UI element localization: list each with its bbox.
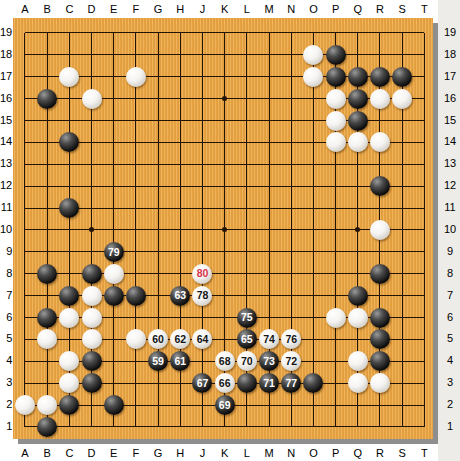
intersection[interactable]	[58, 44, 80, 66]
intersection[interactable]	[236, 110, 258, 132]
intersection[interactable]	[169, 66, 191, 88]
intersection[interactable]	[413, 263, 433, 285]
intersection[interactable]	[391, 372, 413, 394]
intersection[interactable]	[103, 110, 125, 132]
intersection[interactable]	[14, 66, 36, 88]
intersection[interactable]	[214, 241, 236, 263]
intersection[interactable]	[280, 197, 302, 219]
intersection[interactable]: 68	[214, 350, 236, 372]
intersection[interactable]	[369, 328, 391, 350]
intersection[interactable]	[302, 44, 324, 66]
intersection[interactable]	[14, 350, 36, 372]
intersection[interactable]	[391, 263, 413, 285]
intersection[interactable]	[36, 197, 58, 219]
intersection[interactable]: 73	[258, 350, 280, 372]
intersection[interactable]	[413, 175, 433, 197]
intersection[interactable]	[302, 307, 324, 329]
intersection[interactable]	[236, 372, 258, 394]
intersection[interactable]	[391, 350, 413, 372]
intersection[interactable]	[413, 44, 433, 66]
intersection[interactable]	[103, 416, 125, 438]
intersection[interactable]	[347, 416, 369, 438]
intersection[interactable]	[258, 416, 280, 438]
intersection[interactable]: 77	[280, 372, 302, 394]
intersection[interactable]	[125, 307, 147, 329]
intersection[interactable]	[58, 263, 80, 285]
intersection[interactable]	[302, 350, 324, 372]
intersection[interactable]	[214, 307, 236, 329]
intersection[interactable]	[280, 219, 302, 241]
intersection[interactable]	[169, 131, 191, 153]
intersection[interactable]	[58, 350, 80, 372]
intersection[interactable]	[14, 219, 36, 241]
intersection[interactable]	[258, 241, 280, 263]
intersection[interactable]	[80, 350, 102, 372]
intersection[interactable]	[347, 88, 369, 110]
intersection[interactable]: 67	[191, 372, 213, 394]
intersection[interactable]	[169, 197, 191, 219]
intersection[interactable]	[58, 394, 80, 416]
intersection[interactable]	[58, 88, 80, 110]
intersection[interactable]	[147, 44, 169, 66]
intersection[interactable]	[80, 175, 102, 197]
intersection[interactable]	[14, 175, 36, 197]
intersection[interactable]	[36, 263, 58, 285]
intersection[interactable]	[280, 307, 302, 329]
intersection[interactable]	[214, 22, 236, 44]
intersection[interactable]	[258, 285, 280, 307]
intersection[interactable]	[14, 197, 36, 219]
intersection[interactable]	[369, 307, 391, 329]
intersection[interactable]	[169, 219, 191, 241]
intersection[interactable]	[258, 394, 280, 416]
intersection[interactable]	[36, 88, 58, 110]
intersection[interactable]	[80, 416, 102, 438]
intersection[interactable]: 64	[191, 328, 213, 350]
intersection[interactable]	[369, 131, 391, 153]
intersection[interactable]	[103, 153, 125, 175]
intersection[interactable]	[302, 263, 324, 285]
intersection[interactable]	[258, 110, 280, 132]
intersection[interactable]	[147, 285, 169, 307]
intersection[interactable]	[258, 175, 280, 197]
intersection[interactable]	[80, 328, 102, 350]
intersection[interactable]	[280, 263, 302, 285]
intersection[interactable]	[169, 175, 191, 197]
intersection[interactable]	[80, 307, 102, 329]
intersection[interactable]	[413, 88, 433, 110]
intersection[interactable]	[325, 285, 347, 307]
intersection[interactable]	[391, 44, 413, 66]
intersection[interactable]	[103, 197, 125, 219]
intersection[interactable]	[325, 350, 347, 372]
intersection[interactable]	[325, 197, 347, 219]
intersection[interactable]	[125, 219, 147, 241]
intersection[interactable]	[125, 285, 147, 307]
intersection[interactable]	[347, 372, 369, 394]
intersection[interactable]	[58, 197, 80, 219]
intersection[interactable]: 80	[191, 263, 213, 285]
intersection[interactable]	[302, 66, 324, 88]
intersection[interactable]	[36, 44, 58, 66]
intersection[interactable]	[347, 153, 369, 175]
intersection[interactable]	[369, 372, 391, 394]
intersection[interactable]	[103, 263, 125, 285]
intersection[interactable]	[369, 241, 391, 263]
intersection[interactable]	[347, 131, 369, 153]
intersection[interactable]: 62	[169, 328, 191, 350]
intersection[interactable]	[103, 219, 125, 241]
intersection[interactable]	[413, 219, 433, 241]
intersection[interactable]	[58, 285, 80, 307]
intersection[interactable]	[191, 416, 213, 438]
intersection[interactable]	[36, 175, 58, 197]
intersection[interactable]: 66	[214, 372, 236, 394]
intersection[interactable]	[36, 416, 58, 438]
intersection[interactable]	[325, 328, 347, 350]
intersection[interactable]	[413, 372, 433, 394]
intersection[interactable]	[391, 66, 413, 88]
intersection[interactable]	[191, 241, 213, 263]
intersection[interactable]	[103, 44, 125, 66]
intersection[interactable]	[302, 219, 324, 241]
intersection[interactable]	[413, 66, 433, 88]
intersection[interactable]: 72	[280, 350, 302, 372]
intersection[interactable]: 63	[169, 285, 191, 307]
intersection[interactable]	[125, 88, 147, 110]
intersection[interactable]	[391, 110, 413, 132]
intersection[interactable]	[325, 66, 347, 88]
intersection[interactable]	[347, 263, 369, 285]
intersection[interactable]	[147, 219, 169, 241]
intersection[interactable]	[413, 110, 433, 132]
intersection[interactable]	[413, 131, 433, 153]
intersection[interactable]	[14, 153, 36, 175]
intersection[interactable]	[58, 416, 80, 438]
intersection[interactable]	[280, 44, 302, 66]
intersection[interactable]	[369, 88, 391, 110]
intersection[interactable]	[169, 416, 191, 438]
intersection[interactable]	[413, 416, 433, 438]
intersection[interactable]	[169, 22, 191, 44]
intersection[interactable]	[169, 263, 191, 285]
intersection[interactable]	[258, 263, 280, 285]
intersection[interactable]	[214, 131, 236, 153]
intersection[interactable]	[36, 131, 58, 153]
intersection[interactable]	[214, 219, 236, 241]
intersection[interactable]	[236, 285, 258, 307]
intersection[interactable]	[147, 110, 169, 132]
intersection[interactable]: 59	[147, 350, 169, 372]
intersection[interactable]	[147, 372, 169, 394]
intersection[interactable]	[147, 66, 169, 88]
intersection[interactable]	[391, 307, 413, 329]
intersection[interactable]	[280, 110, 302, 132]
intersection[interactable]	[80, 285, 102, 307]
intersection[interactable]	[58, 219, 80, 241]
intersection[interactable]	[36, 66, 58, 88]
intersection[interactable]	[125, 66, 147, 88]
intersection[interactable]	[36, 350, 58, 372]
intersection[interactable]: 76	[280, 328, 302, 350]
intersection[interactable]	[14, 307, 36, 329]
intersection[interactable]	[280, 241, 302, 263]
intersection[interactable]	[236, 44, 258, 66]
intersection[interactable]	[369, 153, 391, 175]
intersection[interactable]	[258, 22, 280, 44]
intersection[interactable]	[58, 153, 80, 175]
intersection[interactable]	[302, 131, 324, 153]
intersection[interactable]	[191, 394, 213, 416]
intersection[interactable]	[258, 197, 280, 219]
intersection[interactable]: 79	[103, 241, 125, 263]
intersection[interactable]	[302, 88, 324, 110]
intersection[interactable]	[236, 175, 258, 197]
intersection[interactable]: 71	[258, 372, 280, 394]
intersection[interactable]	[80, 88, 102, 110]
intersection[interactable]	[191, 110, 213, 132]
intersection[interactable]	[58, 241, 80, 263]
intersection[interactable]	[147, 131, 169, 153]
intersection[interactable]	[125, 44, 147, 66]
intersection[interactable]	[369, 350, 391, 372]
intersection[interactable]	[325, 416, 347, 438]
intersection[interactable]	[169, 394, 191, 416]
intersection[interactable]	[191, 66, 213, 88]
intersection[interactable]	[347, 241, 369, 263]
intersection[interactable]	[369, 175, 391, 197]
intersection[interactable]	[36, 22, 58, 44]
intersection[interactable]	[58, 175, 80, 197]
intersection[interactable]: 74	[258, 328, 280, 350]
intersection[interactable]	[58, 372, 80, 394]
intersection[interactable]	[391, 131, 413, 153]
intersection[interactable]	[258, 131, 280, 153]
intersection[interactable]	[302, 372, 324, 394]
intersection[interactable]	[391, 175, 413, 197]
intersection[interactable]	[413, 350, 433, 372]
intersection[interactable]	[258, 307, 280, 329]
intersection[interactable]	[103, 22, 125, 44]
intersection[interactable]: 60	[147, 328, 169, 350]
intersection[interactable]	[58, 22, 80, 44]
intersection[interactable]: 61	[169, 350, 191, 372]
intersection[interactable]	[302, 328, 324, 350]
intersection[interactable]	[14, 131, 36, 153]
intersection[interactable]	[391, 22, 413, 44]
intersection[interactable]	[103, 394, 125, 416]
intersection[interactable]	[58, 131, 80, 153]
intersection[interactable]	[58, 110, 80, 132]
intersection[interactable]	[36, 219, 58, 241]
intersection[interactable]	[103, 350, 125, 372]
intersection[interactable]	[58, 307, 80, 329]
intersection[interactable]	[369, 22, 391, 44]
intersection[interactable]	[236, 394, 258, 416]
intersection[interactable]	[147, 22, 169, 44]
intersection[interactable]	[103, 66, 125, 88]
intersection[interactable]	[369, 44, 391, 66]
intersection[interactable]	[191, 22, 213, 44]
intersection[interactable]	[280, 175, 302, 197]
intersection[interactable]	[347, 197, 369, 219]
intersection[interactable]	[125, 394, 147, 416]
intersection[interactable]	[14, 285, 36, 307]
intersection[interactable]	[191, 131, 213, 153]
intersection[interactable]	[391, 328, 413, 350]
intersection[interactable]	[80, 44, 102, 66]
intersection[interactable]	[280, 22, 302, 44]
intersection[interactable]	[369, 416, 391, 438]
intersection[interactable]	[191, 153, 213, 175]
intersection[interactable]	[191, 44, 213, 66]
intersection[interactable]	[147, 175, 169, 197]
intersection[interactable]	[125, 197, 147, 219]
intersection[interactable]	[413, 197, 433, 219]
intersection[interactable]	[36, 372, 58, 394]
intersection[interactable]	[191, 175, 213, 197]
intersection[interactable]: 78	[191, 285, 213, 307]
intersection[interactable]	[325, 175, 347, 197]
intersection[interactable]	[14, 44, 36, 66]
intersection[interactable]	[14, 328, 36, 350]
intersection[interactable]	[347, 394, 369, 416]
intersection[interactable]	[413, 394, 433, 416]
intersection[interactable]	[347, 22, 369, 44]
intersection[interactable]	[236, 263, 258, 285]
intersection[interactable]	[214, 285, 236, 307]
intersection[interactable]	[236, 241, 258, 263]
intersection[interactable]	[369, 66, 391, 88]
intersection[interactable]	[413, 22, 433, 44]
intersection[interactable]	[236, 153, 258, 175]
intersection[interactable]	[258, 44, 280, 66]
intersection[interactable]	[280, 88, 302, 110]
intersection[interactable]	[169, 44, 191, 66]
intersection[interactable]	[147, 88, 169, 110]
intersection[interactable]	[125, 350, 147, 372]
intersection[interactable]	[391, 88, 413, 110]
intersection[interactable]	[125, 372, 147, 394]
intersection[interactable]	[413, 241, 433, 263]
intersection[interactable]	[191, 88, 213, 110]
intersection[interactable]	[391, 416, 413, 438]
intersection[interactable]	[347, 219, 369, 241]
intersection[interactable]	[214, 175, 236, 197]
intersection[interactable]	[413, 285, 433, 307]
intersection[interactable]	[147, 153, 169, 175]
intersection[interactable]	[258, 88, 280, 110]
intersection[interactable]	[325, 241, 347, 263]
intersection[interactable]	[302, 175, 324, 197]
intersection[interactable]	[14, 394, 36, 416]
intersection[interactable]	[258, 219, 280, 241]
intersection[interactable]	[14, 263, 36, 285]
intersection[interactable]	[169, 153, 191, 175]
intersection[interactable]	[125, 416, 147, 438]
intersection[interactable]	[147, 263, 169, 285]
intersection[interactable]	[58, 66, 80, 88]
intersection[interactable]	[413, 307, 433, 329]
intersection[interactable]	[347, 350, 369, 372]
intersection[interactable]	[369, 394, 391, 416]
intersection[interactable]	[413, 328, 433, 350]
intersection[interactable]	[191, 197, 213, 219]
intersection[interactable]	[302, 285, 324, 307]
intersection[interactable]	[169, 372, 191, 394]
intersection[interactable]	[214, 153, 236, 175]
intersection[interactable]	[125, 263, 147, 285]
intersection[interactable]	[236, 88, 258, 110]
intersection[interactable]	[103, 328, 125, 350]
intersection[interactable]	[258, 66, 280, 88]
intersection[interactable]	[280, 131, 302, 153]
intersection[interactable]	[391, 153, 413, 175]
intersection[interactable]	[147, 241, 169, 263]
intersection[interactable]	[347, 110, 369, 132]
intersection[interactable]	[169, 88, 191, 110]
intersection[interactable]	[36, 285, 58, 307]
intersection[interactable]	[58, 328, 80, 350]
intersection[interactable]	[36, 110, 58, 132]
intersection[interactable]	[80, 197, 102, 219]
intersection[interactable]	[80, 66, 102, 88]
intersection[interactable]	[236, 197, 258, 219]
intersection[interactable]	[214, 110, 236, 132]
intersection[interactable]	[325, 131, 347, 153]
intersection[interactable]	[214, 263, 236, 285]
intersection[interactable]	[169, 241, 191, 263]
intersection[interactable]	[325, 44, 347, 66]
intersection[interactable]	[103, 285, 125, 307]
intersection[interactable]: 65	[236, 328, 258, 350]
intersection[interactable]	[147, 394, 169, 416]
intersection[interactable]	[36, 394, 58, 416]
intersection[interactable]	[280, 394, 302, 416]
intersection[interactable]	[347, 307, 369, 329]
intersection[interactable]	[369, 197, 391, 219]
intersection[interactable]	[347, 66, 369, 88]
intersection[interactable]	[214, 88, 236, 110]
intersection[interactable]	[80, 241, 102, 263]
intersection[interactable]	[80, 153, 102, 175]
intersection[interactable]	[369, 285, 391, 307]
intersection[interactable]	[80, 263, 102, 285]
intersection[interactable]	[302, 153, 324, 175]
intersection[interactable]	[413, 153, 433, 175]
intersection[interactable]	[236, 416, 258, 438]
intersection[interactable]: 70	[236, 350, 258, 372]
intersection[interactable]	[214, 66, 236, 88]
intersection[interactable]	[325, 219, 347, 241]
intersection[interactable]	[147, 197, 169, 219]
intersection[interactable]	[302, 416, 324, 438]
intersection[interactable]	[147, 416, 169, 438]
intersection[interactable]	[347, 44, 369, 66]
intersection[interactable]	[103, 372, 125, 394]
intersection[interactable]	[369, 110, 391, 132]
intersection[interactable]	[391, 219, 413, 241]
intersection[interactable]	[14, 416, 36, 438]
intersection[interactable]	[325, 372, 347, 394]
intersection[interactable]	[14, 110, 36, 132]
intersection[interactable]	[14, 88, 36, 110]
intersection[interactable]	[325, 263, 347, 285]
intersection[interactable]	[125, 241, 147, 263]
intersection[interactable]	[302, 197, 324, 219]
intersection[interactable]	[325, 110, 347, 132]
intersection[interactable]	[302, 110, 324, 132]
